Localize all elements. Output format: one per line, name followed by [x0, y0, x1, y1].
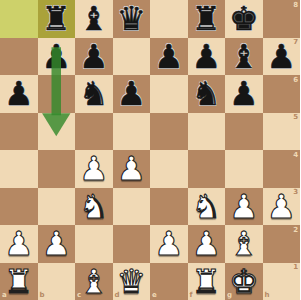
square-b4[interactable] — [38, 150, 76, 188]
black-rook[interactable]: ♜ — [188, 0, 226, 38]
black-bishop[interactable]: ♝ — [75, 0, 113, 38]
white-pawn[interactable]: ♟ — [113, 150, 151, 188]
square-c2[interactable] — [75, 225, 113, 263]
square-g5[interactable] — [225, 113, 263, 151]
last-move-highlight — [0, 0, 38, 38]
black-pawn[interactable]: ♟ — [225, 75, 263, 113]
square-a5[interactable] — [0, 113, 38, 151]
white-pawn[interactable]: ♟ — [263, 188, 301, 226]
rank-label-1: 1 — [293, 264, 298, 271]
square-d2[interactable] — [113, 225, 151, 263]
black-knight[interactable]: ♞ — [188, 75, 226, 113]
square-h4[interactable]: 4 — [263, 150, 301, 188]
square-f7[interactable]: ♟ — [188, 38, 226, 76]
square-f6[interactable]: ♞ — [188, 75, 226, 113]
white-pawn[interactable]: ♟ — [150, 225, 188, 263]
square-d3[interactable] — [113, 188, 151, 226]
rank-label-2: 2 — [293, 227, 298, 234]
square-f2[interactable]: ♟ — [188, 225, 226, 263]
square-g1[interactable]: ♚g — [225, 263, 263, 300]
file-label-e: e — [152, 292, 157, 299]
square-f4[interactable] — [188, 150, 226, 188]
white-knight[interactable]: ♞ — [75, 188, 113, 226]
square-e6[interactable] — [150, 75, 188, 113]
square-a7[interactable] — [0, 38, 38, 76]
black-bishop[interactable]: ♝ — [225, 38, 263, 76]
square-a1[interactable]: ♜a — [0, 263, 38, 300]
black-queen[interactable]: ♛ — [113, 0, 151, 38]
square-a4[interactable] — [0, 150, 38, 188]
square-f8[interactable]: ♜ — [188, 0, 226, 38]
black-pawn[interactable]: ♟ — [188, 38, 226, 76]
square-d5[interactable] — [113, 113, 151, 151]
square-h2[interactable]: 2 — [263, 225, 301, 263]
square-h1[interactable]: h1 — [263, 263, 301, 300]
square-h5[interactable]: 5 — [263, 113, 301, 151]
white-queen[interactable]: ♛ — [113, 263, 151, 300]
square-b5[interactable] — [38, 113, 76, 151]
rank-label-6: 6 — [293, 77, 298, 84]
square-g3[interactable]: ♟ — [225, 188, 263, 226]
square-e5[interactable] — [150, 113, 188, 151]
square-d8[interactable]: ♛ — [113, 0, 151, 38]
black-knight[interactable]: ♞ — [75, 75, 113, 113]
white-king[interactable]: ♚ — [225, 263, 263, 300]
rank-label-8: 8 — [293, 2, 298, 9]
square-h6[interactable]: 6 — [263, 75, 301, 113]
white-bishop[interactable]: ♝ — [75, 263, 113, 300]
square-f3[interactable]: ♞ — [188, 188, 226, 226]
square-c4[interactable]: ♟ — [75, 150, 113, 188]
square-g4[interactable] — [225, 150, 263, 188]
square-c8[interactable]: ♝ — [75, 0, 113, 38]
square-e8[interactable] — [150, 0, 188, 38]
square-b3[interactable] — [38, 188, 76, 226]
square-d7[interactable] — [113, 38, 151, 76]
white-pawn[interactable]: ♟ — [225, 188, 263, 226]
rank-label-5: 5 — [293, 114, 298, 121]
chess-board: ♜♝♛♜♚8♟♟♟♟♝♟7♟♞♟♞♟65♟♟4♞♞♟♟3♟♟♟♟♝2♜ab♝c♛… — [0, 0, 300, 300]
square-b2[interactable]: ♟ — [38, 225, 76, 263]
square-f1[interactable]: ♜f — [188, 263, 226, 300]
black-rook[interactable]: ♜ — [38, 0, 76, 38]
square-e4[interactable] — [150, 150, 188, 188]
square-f5[interactable] — [188, 113, 226, 151]
square-b7[interactable]: ♟ — [38, 38, 76, 76]
square-b6[interactable] — [38, 75, 76, 113]
square-d4[interactable]: ♟ — [113, 150, 151, 188]
black-pawn[interactable]: ♟ — [38, 38, 76, 76]
square-g2[interactable]: ♝ — [225, 225, 263, 263]
square-d6[interactable]: ♟ — [113, 75, 151, 113]
black-king[interactable]: ♚ — [225, 0, 263, 38]
square-a6[interactable]: ♟ — [0, 75, 38, 113]
black-pawn[interactable]: ♟ — [263, 38, 301, 76]
square-a8[interactable] — [0, 0, 38, 38]
square-e3[interactable] — [150, 188, 188, 226]
white-pawn[interactable]: ♟ — [38, 225, 76, 263]
white-knight[interactable]: ♞ — [188, 188, 226, 226]
square-a3[interactable] — [0, 188, 38, 226]
black-pawn[interactable]: ♟ — [0, 75, 38, 113]
white-pawn[interactable]: ♟ — [188, 225, 226, 263]
square-e2[interactable]: ♟ — [150, 225, 188, 263]
white-rook[interactable]: ♜ — [188, 263, 226, 300]
square-g8[interactable]: ♚ — [225, 0, 263, 38]
square-a2[interactable]: ♟ — [0, 225, 38, 263]
square-d1[interactable]: ♛d — [113, 263, 151, 300]
square-b8[interactable]: ♜ — [38, 0, 76, 38]
square-c6[interactable]: ♞ — [75, 75, 113, 113]
white-pawn[interactable]: ♟ — [75, 150, 113, 188]
file-label-b: b — [40, 292, 45, 299]
square-e7[interactable]: ♟ — [150, 38, 188, 76]
file-label-h: h — [265, 292, 270, 299]
black-pawn[interactable]: ♟ — [113, 75, 151, 113]
square-c7[interactable]: ♟ — [75, 38, 113, 76]
square-c5[interactable] — [75, 113, 113, 151]
square-h8[interactable]: 8 — [263, 0, 301, 38]
black-pawn[interactable]: ♟ — [75, 38, 113, 76]
white-bishop[interactable]: ♝ — [225, 225, 263, 263]
square-h7[interactable]: ♟7 — [263, 38, 301, 76]
square-h3[interactable]: ♟3 — [263, 188, 301, 226]
square-g6[interactable]: ♟ — [225, 75, 263, 113]
square-c1[interactable]: ♝c — [75, 263, 113, 300]
square-e1[interactable]: e — [150, 263, 188, 300]
square-c3[interactable]: ♞ — [75, 188, 113, 226]
white-pawn[interactable]: ♟ — [0, 225, 38, 263]
rank-label-4: 4 — [293, 152, 298, 159]
square-b1[interactable]: b — [38, 263, 76, 300]
black-pawn[interactable]: ♟ — [150, 38, 188, 76]
square-g7[interactable]: ♝ — [225, 38, 263, 76]
white-rook[interactable]: ♜ — [0, 263, 38, 300]
